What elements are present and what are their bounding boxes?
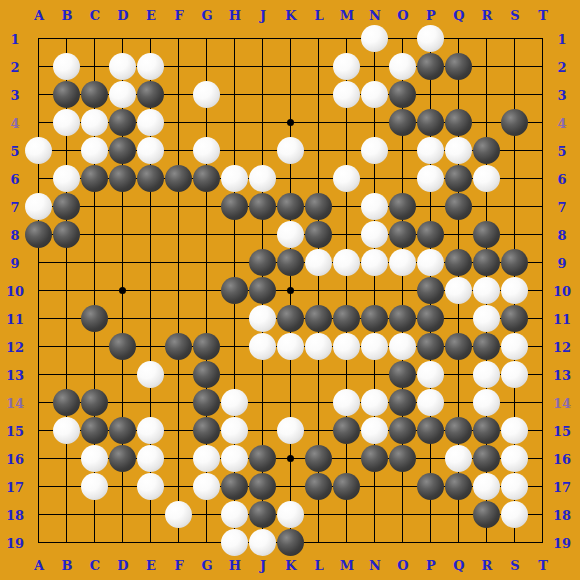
white-stone-M9 — [333, 249, 360, 276]
black-stone-P10 — [417, 277, 444, 304]
row-label-left: 6 — [10, 172, 19, 187]
black-stone-K19 — [277, 529, 304, 556]
row-label-left: 3 — [10, 88, 19, 103]
white-stone-K12 — [277, 333, 304, 360]
white-stone-N7 — [361, 193, 388, 220]
white-stone-E2 — [137, 53, 164, 80]
black-stone-Q15 — [445, 417, 472, 444]
white-stone-G17 — [193, 473, 220, 500]
row-label-right: 18 — [553, 508, 571, 523]
white-stone-S12 — [501, 333, 528, 360]
black-stone-H10 — [221, 277, 248, 304]
black-stone-P2 — [417, 53, 444, 80]
white-stone-P6 — [417, 165, 444, 192]
row-label-left: 12 — [6, 340, 24, 355]
row-label-left: 16 — [6, 452, 24, 467]
black-stone-S4 — [501, 109, 528, 136]
black-stone-C6 — [81, 165, 108, 192]
row-label-left: 10 — [6, 284, 24, 299]
row-label-right: 16 — [553, 452, 571, 467]
column-label-top: F — [174, 8, 183, 23]
row-label-right: 1 — [557, 32, 566, 47]
row-label-left: 4 — [10, 116, 19, 131]
white-stone-A7 — [25, 193, 52, 220]
black-stone-C3 — [81, 81, 108, 108]
white-stone-E16 — [137, 445, 164, 472]
black-stone-O7 — [389, 193, 416, 220]
black-stone-Q12 — [445, 333, 472, 360]
row-label-right: 19 — [553, 536, 571, 551]
white-stone-C17 — [81, 473, 108, 500]
column-label-top: G — [201, 8, 212, 23]
white-stone-N14 — [361, 389, 388, 416]
row-label-right: 7 — [557, 200, 566, 215]
white-stone-H6 — [221, 165, 248, 192]
black-stone-B3 — [53, 81, 80, 108]
column-label-bottom: H — [229, 558, 241, 573]
black-stone-H17 — [221, 473, 248, 500]
column-label-top: A — [34, 8, 44, 23]
black-stone-M17 — [333, 473, 360, 500]
column-label-top: S — [510, 8, 519, 23]
white-stone-J11 — [249, 305, 276, 332]
white-stone-S10 — [501, 277, 528, 304]
white-stone-R11 — [473, 305, 500, 332]
row-label-left: 9 — [10, 256, 19, 271]
white-stone-R14 — [473, 389, 500, 416]
white-stone-N15 — [361, 417, 388, 444]
black-stone-R15 — [473, 417, 500, 444]
column-label-top: C — [90, 8, 100, 23]
black-stone-N11 — [361, 305, 388, 332]
white-stone-Q5 — [445, 137, 472, 164]
row-label-right: 10 — [553, 284, 571, 299]
white-stone-M14 — [333, 389, 360, 416]
grid-line-vertical — [542, 38, 543, 543]
black-stone-C14 — [81, 389, 108, 416]
white-stone-E5 — [137, 137, 164, 164]
column-label-bottom: M — [340, 558, 354, 573]
white-stone-E17 — [137, 473, 164, 500]
column-label-top: O — [397, 8, 408, 23]
go-board[interactable]: AABBCCDDEEFFGGHHJJKKLLMMNNOOPPQQRRSSTT11… — [0, 0, 580, 580]
black-stone-E6 — [137, 165, 164, 192]
white-stone-O2 — [389, 53, 416, 80]
white-stone-D3 — [109, 81, 136, 108]
grid-line-horizontal — [38, 402, 543, 403]
white-stone-G3 — [193, 81, 220, 108]
black-stone-J16 — [249, 445, 276, 472]
column-label-top: L — [314, 8, 323, 23]
white-stone-B15 — [53, 417, 80, 444]
black-stone-P12 — [417, 333, 444, 360]
black-stone-Q9 — [445, 249, 472, 276]
black-stone-G6 — [193, 165, 220, 192]
white-stone-S18 — [501, 501, 528, 528]
white-stone-M2 — [333, 53, 360, 80]
column-label-bottom: B — [62, 558, 73, 573]
black-stone-Q7 — [445, 193, 472, 220]
white-stone-M12 — [333, 333, 360, 360]
white-stone-K15 — [277, 417, 304, 444]
column-label-top: T — [538, 8, 548, 23]
row-label-right: 17 — [553, 480, 571, 495]
black-stone-H7 — [221, 193, 248, 220]
white-stone-O9 — [389, 249, 416, 276]
black-stone-Q6 — [445, 165, 472, 192]
white-stone-N1 — [361, 25, 388, 52]
white-stone-J6 — [249, 165, 276, 192]
row-label-left: 17 — [6, 480, 24, 495]
black-stone-O14 — [389, 389, 416, 416]
black-stone-S11 — [501, 305, 528, 332]
black-stone-L7 — [305, 193, 332, 220]
black-stone-O3 — [389, 81, 416, 108]
black-stone-D5 — [109, 137, 136, 164]
black-stone-G15 — [193, 417, 220, 444]
column-label-bottom: Q — [453, 558, 464, 573]
black-stone-O8 — [389, 221, 416, 248]
column-label-top: H — [229, 8, 241, 23]
black-stone-O15 — [389, 417, 416, 444]
row-label-left: 13 — [6, 368, 24, 383]
black-stone-K9 — [277, 249, 304, 276]
white-stone-B6 — [53, 165, 80, 192]
white-stone-P5 — [417, 137, 444, 164]
black-stone-D6 — [109, 165, 136, 192]
black-stone-B8 — [53, 221, 80, 248]
white-stone-S17 — [501, 473, 528, 500]
row-label-right: 4 — [557, 116, 566, 131]
black-stone-N16 — [361, 445, 388, 472]
star-point — [287, 287, 294, 294]
black-stone-J17 — [249, 473, 276, 500]
row-label-left: 11 — [6, 312, 24, 327]
row-label-left: 1 — [10, 32, 19, 47]
column-label-bottom: P — [426, 558, 436, 573]
column-label-bottom: F — [174, 558, 183, 573]
row-label-left: 8 — [10, 228, 19, 243]
black-stone-O11 — [389, 305, 416, 332]
white-stone-D2 — [109, 53, 136, 80]
column-label-bottom: E — [146, 558, 156, 573]
white-stone-H19 — [221, 529, 248, 556]
row-label-left: 2 — [10, 60, 19, 75]
black-stone-M15 — [333, 417, 360, 444]
black-stone-R16 — [473, 445, 500, 472]
row-label-left: 5 — [10, 144, 19, 159]
black-stone-G12 — [193, 333, 220, 360]
black-stone-R9 — [473, 249, 500, 276]
white-stone-P14 — [417, 389, 444, 416]
black-stone-K11 — [277, 305, 304, 332]
black-stone-B7 — [53, 193, 80, 220]
column-label-bottom: S — [510, 558, 519, 573]
black-stone-G14 — [193, 389, 220, 416]
white-stone-S16 — [501, 445, 528, 472]
white-stone-N3 — [361, 81, 388, 108]
black-stone-R12 — [473, 333, 500, 360]
row-label-left: 18 — [6, 508, 24, 523]
white-stone-C5 — [81, 137, 108, 164]
black-stone-B14 — [53, 389, 80, 416]
black-stone-O16 — [389, 445, 416, 472]
white-stone-R6 — [473, 165, 500, 192]
black-stone-Q4 — [445, 109, 472, 136]
white-stone-F18 — [165, 501, 192, 528]
white-stone-B4 — [53, 109, 80, 136]
grid-line-vertical — [346, 38, 347, 543]
black-stone-L11 — [305, 305, 332, 332]
black-stone-P11 — [417, 305, 444, 332]
star-point — [287, 119, 294, 126]
black-stone-S9 — [501, 249, 528, 276]
white-stone-S15 — [501, 417, 528, 444]
row-label-left: 19 — [6, 536, 24, 551]
white-stone-E4 — [137, 109, 164, 136]
row-label-right: 5 — [557, 144, 566, 159]
black-stone-C15 — [81, 417, 108, 444]
black-stone-J10 — [249, 277, 276, 304]
column-label-top: B — [62, 8, 73, 23]
row-label-right: 14 — [553, 396, 571, 411]
black-stone-J18 — [249, 501, 276, 528]
row-label-right: 6 — [557, 172, 566, 187]
column-label-bottom: R — [482, 558, 493, 573]
black-stone-P8 — [417, 221, 444, 248]
column-label-bottom: T — [538, 558, 548, 573]
column-label-bottom: J — [260, 558, 266, 573]
white-stone-B2 — [53, 53, 80, 80]
black-stone-J7 — [249, 193, 276, 220]
white-stone-R10 — [473, 277, 500, 304]
column-label-bottom: O — [397, 558, 408, 573]
white-stone-G5 — [193, 137, 220, 164]
row-label-right: 8 — [557, 228, 566, 243]
black-stone-P15 — [417, 417, 444, 444]
white-stone-P13 — [417, 361, 444, 388]
row-label-left: 14 — [6, 396, 24, 411]
row-label-right: 2 — [557, 60, 566, 75]
white-stone-C16 — [81, 445, 108, 472]
black-stone-D4 — [109, 109, 136, 136]
column-label-bottom: D — [117, 558, 128, 573]
white-stone-K8 — [277, 221, 304, 248]
black-stone-F12 — [165, 333, 192, 360]
white-stone-R17 — [473, 473, 500, 500]
black-stone-G13 — [193, 361, 220, 388]
white-stone-R13 — [473, 361, 500, 388]
white-stone-H16 — [221, 445, 248, 472]
white-stone-H15 — [221, 417, 248, 444]
black-stone-P17 — [417, 473, 444, 500]
black-stone-R8 — [473, 221, 500, 248]
black-stone-F6 — [165, 165, 192, 192]
white-stone-J19 — [249, 529, 276, 556]
column-label-top: E — [146, 8, 156, 23]
column-label-top: K — [285, 8, 296, 23]
black-stone-K7 — [277, 193, 304, 220]
white-stone-S13 — [501, 361, 528, 388]
column-label-bottom: C — [90, 558, 100, 573]
black-stone-Q17 — [445, 473, 472, 500]
black-stone-O13 — [389, 361, 416, 388]
star-point — [119, 287, 126, 294]
white-stone-P9 — [417, 249, 444, 276]
column-label-top: R — [482, 8, 493, 23]
column-label-top: M — [340, 8, 354, 23]
black-stone-O4 — [389, 109, 416, 136]
column-label-top: N — [369, 8, 381, 23]
star-point — [287, 455, 294, 462]
column-label-bottom: G — [201, 558, 212, 573]
row-label-right: 3 — [557, 88, 566, 103]
white-stone-G16 — [193, 445, 220, 472]
white-stone-K5 — [277, 137, 304, 164]
row-label-right: 13 — [553, 368, 571, 383]
white-stone-N12 — [361, 333, 388, 360]
white-stone-C4 — [81, 109, 108, 136]
black-stone-Q2 — [445, 53, 472, 80]
column-label-bottom: A — [34, 558, 44, 573]
column-label-top: Q — [453, 8, 464, 23]
white-stone-N5 — [361, 137, 388, 164]
black-stone-C11 — [81, 305, 108, 332]
white-stone-N9 — [361, 249, 388, 276]
grid-line-horizontal — [38, 374, 543, 375]
black-stone-L8 — [305, 221, 332, 248]
white-stone-Q10 — [445, 277, 472, 304]
white-stone-L12 — [305, 333, 332, 360]
column-label-bottom: K — [285, 558, 296, 573]
black-stone-L16 — [305, 445, 332, 472]
row-label-left: 15 — [6, 424, 24, 439]
white-stone-H18 — [221, 501, 248, 528]
white-stone-M3 — [333, 81, 360, 108]
column-label-bottom: N — [369, 558, 381, 573]
row-label-left: 7 — [10, 200, 19, 215]
column-label-bottom: L — [314, 558, 323, 573]
black-stone-J9 — [249, 249, 276, 276]
white-stone-M6 — [333, 165, 360, 192]
black-stone-P4 — [417, 109, 444, 136]
column-label-top: P — [426, 8, 436, 23]
white-stone-P1 — [417, 25, 444, 52]
row-label-right: 11 — [553, 312, 571, 327]
black-stone-A8 — [25, 221, 52, 248]
black-stone-D12 — [109, 333, 136, 360]
white-stone-E15 — [137, 417, 164, 444]
row-label-right: 15 — [553, 424, 571, 439]
black-stone-D16 — [109, 445, 136, 472]
black-stone-M11 — [333, 305, 360, 332]
row-label-right: 12 — [553, 340, 571, 355]
black-stone-D15 — [109, 417, 136, 444]
black-stone-E3 — [137, 81, 164, 108]
white-stone-N8 — [361, 221, 388, 248]
white-stone-E13 — [137, 361, 164, 388]
white-stone-K18 — [277, 501, 304, 528]
black-stone-R5 — [473, 137, 500, 164]
black-stone-R18 — [473, 501, 500, 528]
column-label-top: J — [260, 8, 266, 23]
white-stone-O12 — [389, 333, 416, 360]
white-stone-Q16 — [445, 445, 472, 472]
black-stone-L17 — [305, 473, 332, 500]
white-stone-J12 — [249, 333, 276, 360]
column-label-top: D — [117, 8, 128, 23]
white-stone-A5 — [25, 137, 52, 164]
white-stone-L9 — [305, 249, 332, 276]
white-stone-H14 — [221, 389, 248, 416]
row-label-right: 9 — [557, 256, 566, 271]
